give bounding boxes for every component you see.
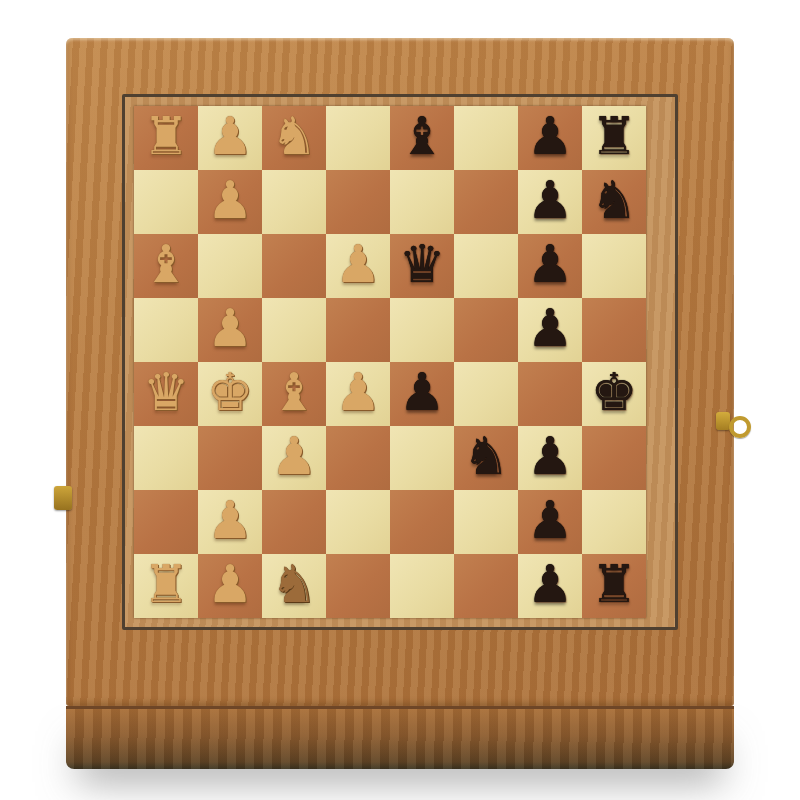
- piece-white-pawn[interactable]: ♟: [335, 238, 382, 290]
- piece-black-pawn[interactable]: ♟: [399, 366, 446, 418]
- piece-white-pawn[interactable]: ♟: [335, 366, 382, 418]
- piece-black-queen[interactable]: ♛: [399, 238, 446, 290]
- square-c2[interactable]: [198, 234, 262, 298]
- square-e6[interactable]: [454, 362, 518, 426]
- product-photo-scene: ♜♟♞♝♟♜♟♟♞♝♟♛♟♟♟♛♚♝♟♟♚♟♞♟♟♟♜♟♞♟♜: [0, 0, 800, 800]
- square-g2[interactable]: ♟: [198, 490, 262, 554]
- square-b1[interactable]: [134, 170, 198, 234]
- box-side-panel: [66, 706, 734, 769]
- square-g5[interactable]: [390, 490, 454, 554]
- square-g1[interactable]: [134, 490, 198, 554]
- square-b7[interactable]: ♟: [518, 170, 582, 234]
- square-h3[interactable]: ♞: [262, 554, 326, 618]
- piece-black-pawn[interactable]: ♟: [527, 494, 574, 546]
- piece-black-pawn[interactable]: ♟: [527, 430, 574, 482]
- square-c7[interactable]: ♟: [518, 234, 582, 298]
- piece-white-king[interactable]: ♚: [207, 366, 254, 418]
- board-frame: ♜♟♞♝♟♜♟♟♞♝♟♛♟♟♟♛♚♝♟♟♚♟♞♟♟♟♜♟♞♟♜: [66, 38, 734, 706]
- piece-black-pawn[interactable]: ♟: [527, 174, 574, 226]
- brass-latch-icon[interactable]: [716, 410, 750, 436]
- square-h1[interactable]: ♜: [134, 554, 198, 618]
- piece-white-queen[interactable]: ♛: [143, 366, 190, 418]
- square-h8[interactable]: ♜: [582, 554, 646, 618]
- piece-white-bishop[interactable]: ♝: [143, 238, 190, 290]
- square-d8[interactable]: [582, 298, 646, 362]
- square-a3[interactable]: ♞: [262, 106, 326, 170]
- brass-hinge-icon: [54, 486, 72, 510]
- piece-white-pawn[interactable]: ♟: [207, 558, 254, 610]
- square-a8[interactable]: ♜: [582, 106, 646, 170]
- square-c8[interactable]: [582, 234, 646, 298]
- square-c4[interactable]: ♟: [326, 234, 390, 298]
- square-b6[interactable]: [454, 170, 518, 234]
- piece-white-knight[interactable]: ♞: [271, 558, 318, 610]
- square-g6[interactable]: [454, 490, 518, 554]
- square-f8[interactable]: [582, 426, 646, 490]
- square-g7[interactable]: ♟: [518, 490, 582, 554]
- square-h6[interactable]: [454, 554, 518, 618]
- square-e7[interactable]: [518, 362, 582, 426]
- board-inlay-border: ♜♟♞♝♟♜♟♟♞♝♟♛♟♟♟♛♚♝♟♟♚♟♞♟♟♟♜♟♞♟♜: [122, 94, 678, 630]
- square-f4[interactable]: [326, 426, 390, 490]
- square-c3[interactable]: [262, 234, 326, 298]
- piece-white-pawn[interactable]: ♟: [207, 302, 254, 354]
- piece-black-rook[interactable]: ♜: [591, 558, 638, 610]
- square-g8[interactable]: [582, 490, 646, 554]
- square-c1[interactable]: ♝: [134, 234, 198, 298]
- chess-board: ♜♟♞♝♟♜♟♟♞♝♟♛♟♟♟♛♚♝♟♟♚♟♞♟♟♟♜♟♞♟♜: [134, 106, 646, 618]
- piece-black-king[interactable]: ♚: [591, 366, 638, 418]
- piece-white-rook[interactable]: ♜: [143, 110, 190, 162]
- square-g4[interactable]: [326, 490, 390, 554]
- piece-black-pawn[interactable]: ♟: [527, 558, 574, 610]
- latch-ring-icon: [729, 416, 751, 438]
- square-a1[interactable]: ♜: [134, 106, 198, 170]
- square-b2[interactable]: ♟: [198, 170, 262, 234]
- square-d6[interactable]: [454, 298, 518, 362]
- piece-white-pawn[interactable]: ♟: [271, 430, 318, 482]
- piece-black-pawn[interactable]: ♟: [527, 110, 574, 162]
- square-a7[interactable]: ♟: [518, 106, 582, 170]
- square-b5[interactable]: [390, 170, 454, 234]
- square-g3[interactable]: [262, 490, 326, 554]
- square-d4[interactable]: [326, 298, 390, 362]
- square-e5[interactable]: ♟: [390, 362, 454, 426]
- square-d1[interactable]: [134, 298, 198, 362]
- square-f5[interactable]: [390, 426, 454, 490]
- square-d2[interactable]: ♟: [198, 298, 262, 362]
- piece-white-pawn[interactable]: ♟: [207, 174, 254, 226]
- square-e4[interactable]: ♟: [326, 362, 390, 426]
- piece-black-pawn[interactable]: ♟: [527, 302, 574, 354]
- square-c5[interactable]: ♛: [390, 234, 454, 298]
- square-a6[interactable]: [454, 106, 518, 170]
- piece-black-rook[interactable]: ♜: [591, 110, 638, 162]
- square-c6[interactable]: [454, 234, 518, 298]
- square-a5[interactable]: ♝: [390, 106, 454, 170]
- square-h2[interactable]: ♟: [198, 554, 262, 618]
- square-b8[interactable]: ♞: [582, 170, 646, 234]
- square-f3[interactable]: ♟: [262, 426, 326, 490]
- square-e3[interactable]: ♝: [262, 362, 326, 426]
- square-e2[interactable]: ♚: [198, 362, 262, 426]
- piece-white-pawn[interactable]: ♟: [207, 494, 254, 546]
- square-f7[interactable]: ♟: [518, 426, 582, 490]
- square-b3[interactable]: [262, 170, 326, 234]
- square-a4[interactable]: [326, 106, 390, 170]
- piece-white-bishop[interactable]: ♝: [271, 366, 318, 418]
- square-f2[interactable]: [198, 426, 262, 490]
- square-a2[interactable]: ♟: [198, 106, 262, 170]
- square-d3[interactable]: [262, 298, 326, 362]
- square-f1[interactable]: [134, 426, 198, 490]
- square-d7[interactable]: ♟: [518, 298, 582, 362]
- piece-white-pawn[interactable]: ♟: [207, 110, 254, 162]
- square-f6[interactable]: ♞: [454, 426, 518, 490]
- square-h4[interactable]: [326, 554, 390, 618]
- square-d5[interactable]: [390, 298, 454, 362]
- piece-black-bishop[interactable]: ♝: [399, 110, 446, 162]
- chess-box: ♜♟♞♝♟♜♟♟♞♝♟♛♟♟♟♛♚♝♟♟♚♟♞♟♟♟♜♟♞♟♜: [66, 38, 734, 769]
- square-b4[interactable]: [326, 170, 390, 234]
- latch-plate: [716, 412, 730, 430]
- piece-white-knight[interactable]: ♞: [271, 110, 318, 162]
- square-h7[interactable]: ♟: [518, 554, 582, 618]
- square-e1[interactable]: ♛: [134, 362, 198, 426]
- piece-black-pawn[interactable]: ♟: [527, 238, 574, 290]
- square-h5[interactable]: [390, 554, 454, 618]
- piece-black-knight[interactable]: ♞: [591, 174, 638, 226]
- piece-black-knight[interactable]: ♞: [463, 430, 510, 482]
- square-e8[interactable]: ♚: [582, 362, 646, 426]
- piece-white-rook[interactable]: ♜: [143, 558, 190, 610]
